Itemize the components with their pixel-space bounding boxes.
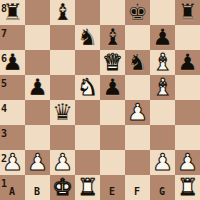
file-label-A: A [9,187,15,197]
square-d8[interactable] [75,0,100,25]
square-h1[interactable]: ♜ [175,175,200,200]
square-e2[interactable] [100,150,125,175]
square-f7[interactable] [125,25,150,50]
black-bishop-c8[interactable]: ♝ [50,0,75,25]
square-d2[interactable] [75,150,100,175]
black-knight-f6[interactable]: ♞ [125,50,150,75]
square-c7[interactable] [50,25,75,50]
square-h7[interactable] [175,25,200,50]
black-pawn-b5[interactable]: ♟ [25,75,50,100]
square-h8[interactable]: ♜ [175,0,200,25]
square-e7[interactable]: ♝ [100,25,125,50]
square-e6[interactable]: ♛ [100,50,125,75]
square-d5[interactable]: ♞ [75,75,100,100]
square-g3[interactable] [150,125,175,150]
square-h5[interactable] [175,75,200,100]
white-pawn-b2[interactable]: ♟ [25,150,50,175]
square-f8[interactable]: ♚ [125,0,150,25]
square-f2[interactable] [125,150,150,175]
square-e8[interactable] [100,0,125,25]
square-d7[interactable]: ♞ [75,25,100,50]
file-label-G: G [159,187,165,197]
rank-label-4: 4 [1,104,7,114]
black-pawn-e5[interactable]: ♟ [100,75,125,100]
square-g2[interactable]: ♟ [150,150,175,175]
square-b4[interactable] [25,100,50,125]
square-c2[interactable]: ♟ [50,150,75,175]
white-knight-d5[interactable]: ♞ [75,75,100,100]
square-g7[interactable]: ♟ [150,25,175,50]
square-d1[interactable]: ♜ [75,175,100,200]
rank-label-5: 5 [1,79,7,89]
square-e4[interactable] [100,100,125,125]
white-pawn-g2[interactable]: ♟ [150,150,175,175]
square-b2[interactable]: ♟ [25,150,50,175]
square-f3[interactable] [125,125,150,150]
square-g5[interactable]: ♝ [150,75,175,100]
square-c1[interactable]: ♚ [50,175,75,200]
black-king-f8[interactable]: ♚ [125,0,150,25]
square-c5[interactable] [50,75,75,100]
file-label-F: F [134,187,140,197]
rank-label-6: 6 [1,54,7,64]
square-h3[interactable] [175,125,200,150]
rank-label-3: 3 [1,129,7,139]
white-bishop-g5[interactable]: ♝ [150,75,175,100]
square-b8[interactable] [25,0,50,25]
square-g4[interactable] [150,100,175,125]
square-e3[interactable] [100,125,125,150]
rank-label-8: 8 [1,4,7,14]
square-h4[interactable] [175,100,200,125]
black-knight-d7[interactable]: ♞ [75,25,100,50]
chess-board: ♜♝♚♜♞♝♟♟♛♞♝♟♟♞♟♝♛♟♟♟♟♟♟♚♜♜87654321ABEFG [0,0,200,200]
square-f5[interactable] [125,75,150,100]
file-label-B: B [34,187,40,197]
black-bishop-e7[interactable]: ♝ [100,25,125,50]
white-rook-h1[interactable]: ♜ [175,175,200,200]
rank-label-1: 1 [1,179,7,189]
white-rook-d1[interactable]: ♜ [75,175,100,200]
square-d3[interactable] [75,125,100,150]
square-d4[interactable] [75,100,100,125]
black-rook-h8[interactable]: ♜ [175,0,200,25]
rank-label-7: 7 [1,29,7,39]
square-c4[interactable]: ♛ [50,100,75,125]
square-c8[interactable]: ♝ [50,0,75,25]
rank-label-2: 2 [1,154,7,164]
white-queen-e6[interactable]: ♛ [100,50,125,75]
square-b5[interactable]: ♟ [25,75,50,100]
white-pawn-h2[interactable]: ♟ [175,150,200,175]
white-pawn-f4[interactable]: ♟ [125,100,150,125]
black-queen-c4[interactable]: ♛ [50,100,75,125]
file-label-E: E [109,187,115,197]
white-pawn-c2[interactable]: ♟ [50,150,75,175]
square-g8[interactable] [150,0,175,25]
square-f6[interactable]: ♞ [125,50,150,75]
square-c3[interactable] [50,125,75,150]
square-f4[interactable]: ♟ [125,100,150,125]
black-pawn-g7[interactable]: ♟ [150,25,175,50]
square-b7[interactable] [25,25,50,50]
white-king-c1[interactable]: ♚ [50,175,75,200]
white-bishop-g6[interactable]: ♝ [150,50,175,75]
square-d6[interactable] [75,50,100,75]
square-c6[interactable] [50,50,75,75]
square-e5[interactable]: ♟ [100,75,125,100]
square-b6[interactable] [25,50,50,75]
square-b3[interactable] [25,125,50,150]
square-h2[interactable]: ♟ [175,150,200,175]
square-g6[interactable]: ♝ [150,50,175,75]
black-pawn-h6[interactable]: ♟ [175,50,200,75]
square-h6[interactable]: ♟ [175,50,200,75]
